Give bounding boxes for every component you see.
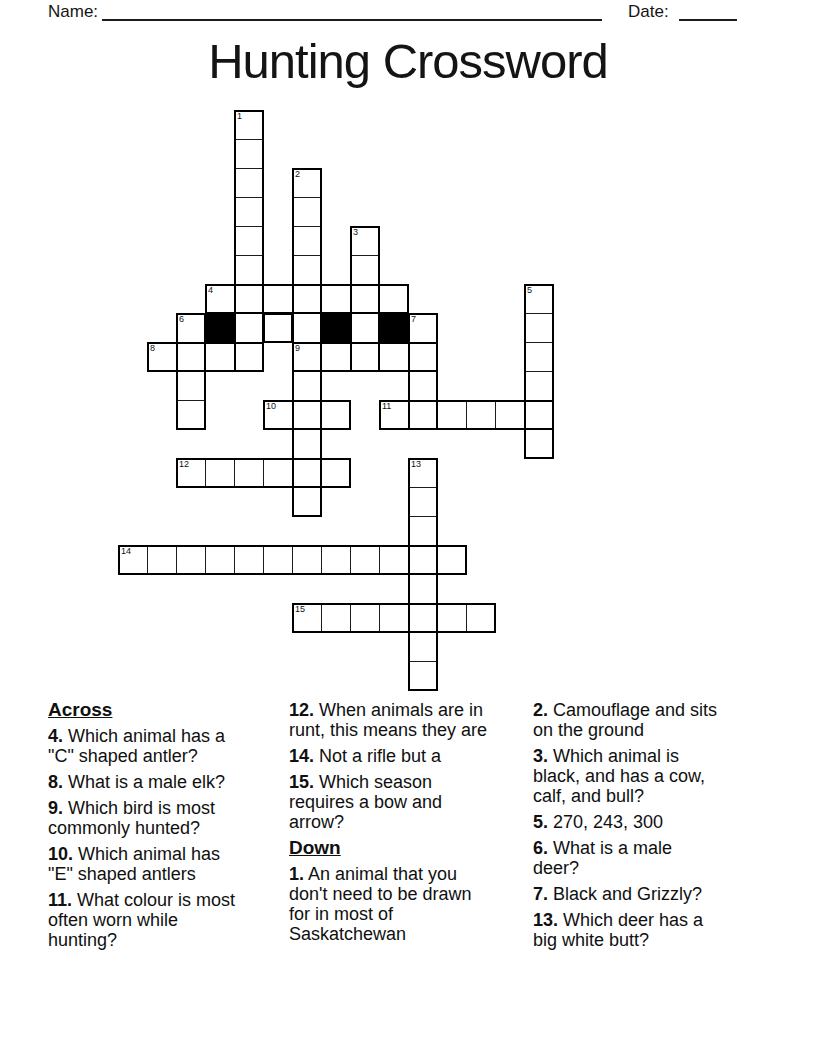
grid-cell[interactable] [408,661,438,691]
clue-text: Which animal has "E" shaped antlers [48,844,220,884]
grid-cell[interactable] [234,226,264,256]
grid-cell[interactable] [321,603,351,633]
cell-number-1: 1 [237,112,242,121]
clue-down-3: 3. Which animal is black, and has a cow,… [533,746,775,806]
clue-down-2: 2. Camouflage and sits on the ground [533,700,775,740]
clue-column-2: 12. When animals are in runt, this means… [289,700,531,950]
clue-number: 13. [533,910,558,930]
grid-cell[interactable] [350,545,380,575]
clue-text: 270, 243, 300 [548,812,663,832]
grid-cell[interactable] [524,342,554,372]
name-blank-line [102,19,602,21]
clue-number: 5. [533,812,548,832]
cell-number-3: 3 [353,228,358,237]
clue-across-9: 9. Which bird is most commonly hunted? [48,798,290,838]
grid-cell[interactable] [234,197,264,227]
grid-cell[interactable] [292,255,322,285]
worksheet-page: Name: Date: Hunting Crossword 1234567891… [0,0,816,1056]
clue-text: An animal that you don't need to be draw… [289,864,472,944]
crossword-grid: 123456789101112131415 [118,110,555,692]
grid-cell[interactable] [437,545,467,575]
grid-cell[interactable] [292,487,322,517]
grid-cell[interactable] [379,284,409,314]
clue-text: Not a rifle but a [314,746,441,766]
grid-cell[interactable] [408,603,438,633]
grid-cell[interactable] [205,458,235,488]
grid-cell[interactable] [466,400,496,430]
grid-cell[interactable] [263,458,293,488]
grid-cell[interactable] [292,226,322,256]
grid-cell[interactable] [176,545,206,575]
clue-number: 2. [533,700,548,720]
cell-number-5: 5 [527,286,532,295]
grid-cell[interactable] [321,458,351,488]
grid-cell[interactable] [408,516,438,546]
cell-number-13: 13 [411,460,421,469]
clue-number: 1. [289,864,304,884]
grid-cell[interactable] [524,400,554,430]
cell-number-9: 9 [295,344,300,353]
clue-text: Which animal has a "C" shaped antler? [48,726,225,766]
grid-cell[interactable] [408,574,438,604]
clue-text: Black and Grizzly? [548,884,702,904]
cell-number-4: 4 [208,286,213,295]
grid-cell[interactable] [495,400,525,430]
clue-text: Which deer has a big white butt? [533,910,703,950]
grid-cell[interactable] [292,545,322,575]
grid-cell[interactable] [176,400,206,430]
grid-cell[interactable] [292,400,322,430]
grid-cell[interactable] [263,313,293,343]
grid-cell[interactable] [524,371,554,401]
clue-number: 12. [289,700,314,720]
cell-number-7: 7 [411,315,416,324]
black-cell [321,313,351,343]
grid-cell[interactable] [350,284,380,314]
clue-number: 7. [533,884,548,904]
clue-across-8: 8. What is a male elk? [48,772,290,792]
grid-cell[interactable] [292,284,322,314]
clue-across-4: 4. Which animal has a "C" shaped antler? [48,726,290,766]
grid-cell[interactable] [321,284,351,314]
cell-number-14: 14 [121,547,131,556]
black-cell [205,313,235,343]
clue-number: 6. [533,838,548,858]
grid-cell[interactable] [234,342,264,372]
clue-down-13: 13. Which deer has a big white butt? [533,910,775,950]
clue-column-3: 2. Camouflage and sits on the ground3. W… [533,700,775,956]
clue-number: 14. [289,746,314,766]
grid-cell[interactable] [176,342,206,372]
cell-number-11: 11 [382,402,391,411]
clue-text: Which animal is black, and has a cow, ca… [533,746,705,806]
date-label: Date: [628,2,669,22]
clue-across-15: 15. Which season requires a bow and arro… [289,772,531,832]
clue-column-1: Across4. Which animal has a "C" shaped a… [48,700,290,956]
cell-number-2: 2 [295,170,300,179]
across-heading: Across [48,700,290,720]
grid-cell[interactable] [234,168,264,198]
clue-text: Which bird is most commonly hunted? [48,798,215,838]
cell-number-12: 12 [179,460,189,469]
cell-number-8: 8 [150,344,155,353]
grid-cell[interactable] [321,342,351,372]
grid-cell[interactable] [147,545,177,575]
clue-number: 10. [48,844,73,864]
grid-cell[interactable] [408,632,438,662]
grid-cell[interactable] [263,284,293,314]
grid-cell[interactable] [379,603,409,633]
grid-cell[interactable] [292,458,322,488]
clue-text: What is a male deer? [533,838,672,878]
date-blank-line [679,19,737,21]
clue-down-7: 7. Black and Grizzly? [533,884,775,904]
grid-cell[interactable] [524,429,554,459]
clue-across-10: 10. Which animal has "E" shaped antlers [48,844,290,884]
grid-cell[interactable] [524,313,554,343]
cell-number-6: 6 [179,315,184,324]
grid-cell[interactable] [379,545,409,575]
clue-number: 9. [48,798,63,818]
grid-cell[interactable] [437,400,467,430]
clue-number: 15. [289,772,314,792]
clue-across-11: 11. What colour is most often worn while… [48,890,290,950]
grid-cell[interactable] [292,313,322,343]
grid-cell[interactable] [292,371,322,401]
grid-cell[interactable] [466,603,496,633]
black-cell [379,313,409,343]
grid-cell[interactable] [234,313,264,343]
clue-down-1: 1. An animal that you don't need to be d… [289,864,531,944]
grid-cell[interactable] [176,371,206,401]
grid-cell[interactable] [437,603,467,633]
grid-cell[interactable] [321,545,351,575]
grid-cell[interactable] [408,487,438,517]
grid-cell[interactable] [292,197,322,227]
clue-down-6: 6. What is a male deer? [533,838,775,878]
grid-cell[interactable] [263,545,293,575]
clue-number: 4. [48,726,63,746]
grid-cell[interactable] [408,400,438,430]
grid-cell[interactable] [408,545,438,575]
clue-number: 8. [48,772,63,792]
grid-cell[interactable] [205,342,235,372]
grid-cell[interactable] [234,545,264,575]
grid-cell[interactable] [205,545,235,575]
grid-cell[interactable] [234,458,264,488]
clue-across-12: 12. When animals are in runt, this means… [289,700,531,740]
grid-cell[interactable] [350,313,380,343]
grid-cell[interactable] [350,603,380,633]
grid-cell[interactable] [350,342,380,372]
clue-text: What is a male elk? [63,772,225,792]
grid-cell[interactable] [234,139,264,169]
cell-number-10: 10 [266,402,276,411]
grid-cell[interactable] [234,284,264,314]
grid-cell[interactable] [234,255,264,285]
page-title: Hunting Crossword [0,33,816,89]
grid-cell[interactable] [379,342,409,372]
clue-text: When animals are in runt, this means the… [289,700,487,740]
clue-number: 11. [48,890,72,910]
cell-number-15: 15 [295,605,305,614]
grid-cell[interactable] [408,342,438,372]
clue-across-14: 14. Not a rifle but a [289,746,531,766]
grid-cell[interactable] [408,371,438,401]
grid-cell[interactable] [292,429,322,459]
down-heading: Down [289,838,531,858]
clue-number: 3. [533,746,548,766]
grid-cell[interactable] [350,255,380,285]
name-label: Name: [48,2,98,22]
clue-text: Camouflage and sits on the ground [533,700,717,740]
clue-down-5: 5. 270, 243, 300 [533,812,775,832]
grid-cell[interactable] [321,400,351,430]
clue-text: What colour is most often worn while hun… [48,890,235,950]
